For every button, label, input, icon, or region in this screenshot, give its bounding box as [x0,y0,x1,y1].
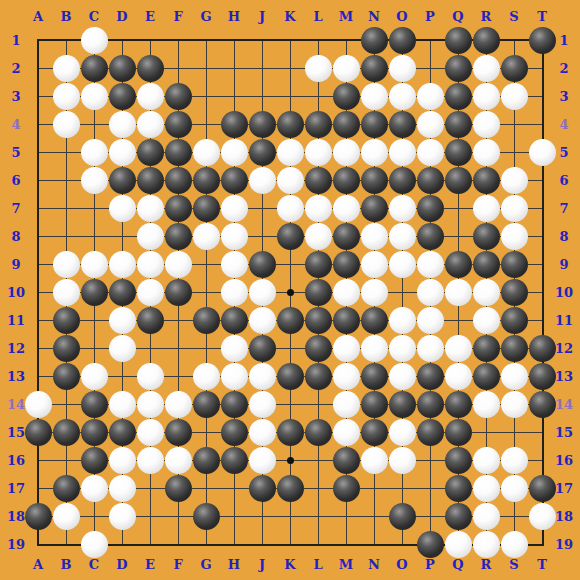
stone-black-L12[interactable] [305,335,332,362]
stone-white-K7[interactable] [277,195,304,222]
stone-white-F9[interactable] [165,251,192,278]
col-label-bottom-S: S [509,558,518,571]
stone-white-P9[interactable] [417,251,444,278]
stone-white-O7[interactable] [389,195,416,222]
stone-black-Q9[interactable] [445,251,472,278]
stone-white-B18[interactable] [53,503,80,530]
stone-white-B10[interactable] [53,279,80,306]
stone-white-D16[interactable] [109,447,136,474]
row-label-right-1: 1 [559,34,568,47]
stone-black-F6[interactable] [165,167,192,194]
stone-black-M16[interactable] [333,447,360,474]
stone-black-L9[interactable] [305,251,332,278]
stone-black-F4[interactable] [165,111,192,138]
stone-white-R3[interactable] [473,83,500,110]
stone-white-P10[interactable] [417,279,444,306]
stone-black-Q18[interactable] [445,503,472,530]
stone-black-D2[interactable] [109,55,136,82]
stone-black-C2[interactable] [81,55,108,82]
stone-white-S17[interactable] [501,475,528,502]
stone-white-P12[interactable] [417,335,444,362]
stone-black-T13[interactable] [529,363,556,390]
stone-black-H11[interactable] [221,307,248,334]
stone-white-H13[interactable] [221,363,248,390]
stone-black-T1[interactable] [529,27,556,54]
stone-white-D12[interactable] [109,335,136,362]
row-label-left-14: 14 [7,398,25,411]
stone-black-Q15[interactable] [445,419,472,446]
stone-white-P4[interactable] [417,111,444,138]
col-label-bottom-J: J [259,558,265,571]
stone-white-Q19[interactable] [445,531,472,558]
stone-black-J5[interactable] [249,139,276,166]
stone-white-J16[interactable] [249,447,276,474]
stone-white-J10[interactable] [249,279,276,306]
stone-black-E5[interactable] [137,139,164,166]
stone-white-T5[interactable] [529,139,556,166]
stone-black-Q6[interactable] [445,167,472,194]
stone-black-E6[interactable] [137,167,164,194]
stone-black-L6[interactable] [305,167,332,194]
row-label-left-19: 19 [7,538,25,551]
stone-white-E13[interactable] [137,363,164,390]
stone-black-C16[interactable] [81,447,108,474]
stone-white-O13[interactable] [389,363,416,390]
stone-black-H15[interactable] [221,419,248,446]
stone-white-F14[interactable] [165,391,192,418]
stone-white-E9[interactable] [137,251,164,278]
row-label-left-4: 4 [11,118,20,131]
stone-white-B3[interactable] [53,83,80,110]
stone-black-T12[interactable] [529,335,556,362]
stone-white-R4[interactable] [473,111,500,138]
stone-white-R19[interactable] [473,531,500,558]
stone-black-H6[interactable] [221,167,248,194]
stone-white-C9[interactable] [81,251,108,278]
col-label-bottom-B: B [61,558,72,571]
stone-black-N7[interactable] [361,195,388,222]
stone-white-L5[interactable] [305,139,332,166]
stone-black-R6[interactable] [473,167,500,194]
stone-white-J6[interactable] [249,167,276,194]
stone-black-D3[interactable] [109,83,136,110]
stone-white-L7[interactable] [305,195,332,222]
stone-white-R11[interactable] [473,307,500,334]
stone-black-F7[interactable] [165,195,192,222]
row-label-left-5: 5 [11,146,20,159]
stone-black-Q14[interactable] [445,391,472,418]
stone-white-R14[interactable] [473,391,500,418]
stone-black-G18[interactable] [193,503,220,530]
star-point-K10 [287,289,294,296]
stone-white-D7[interactable] [109,195,136,222]
stone-white-D18[interactable] [109,503,136,530]
stone-black-M9[interactable] [333,251,360,278]
stone-black-N1[interactable] [361,27,388,54]
stone-white-E15[interactable] [137,419,164,446]
stone-white-T18[interactable] [529,503,556,530]
row-label-right-15: 15 [555,426,573,439]
stone-black-P8[interactable] [417,223,444,250]
stone-black-F3[interactable] [165,83,192,110]
stone-black-F15[interactable] [165,419,192,446]
stone-black-S9[interactable] [501,251,528,278]
col-label-bottom-C: C [89,558,99,571]
stone-black-H14[interactable] [221,391,248,418]
stone-black-O6[interactable] [389,167,416,194]
stone-white-Q10[interactable] [445,279,472,306]
stone-white-D9[interactable] [109,251,136,278]
stone-black-Q4[interactable] [445,111,472,138]
stone-white-R17[interactable] [473,475,500,502]
stone-black-N14[interactable] [361,391,388,418]
stone-white-D11[interactable] [109,307,136,334]
stone-white-J11[interactable] [249,307,276,334]
stone-white-O9[interactable] [389,251,416,278]
row-label-right-7: 7 [559,202,568,215]
stone-black-Q2[interactable] [445,55,472,82]
stone-white-S16[interactable] [501,447,528,474]
stone-black-M17[interactable] [333,475,360,502]
stone-black-N4[interactable] [361,111,388,138]
stone-white-N16[interactable] [361,447,388,474]
stone-white-E3[interactable] [137,83,164,110]
stone-white-L2[interactable] [305,55,332,82]
stone-white-H12[interactable] [221,335,248,362]
stone-white-N3[interactable] [361,83,388,110]
row-label-right-14: 14 [555,398,573,411]
stone-white-D4[interactable] [109,111,136,138]
stone-black-P14[interactable] [417,391,444,418]
row-label-left-6: 6 [11,174,20,187]
stone-white-H7[interactable] [221,195,248,222]
col-label-bottom-T: T [537,558,547,571]
col-label-top-J: J [259,10,265,23]
stone-white-M10[interactable] [333,279,360,306]
row-label-right-11: 11 [555,314,573,327]
stone-black-G14[interactable] [193,391,220,418]
stone-white-S19[interactable] [501,531,528,558]
row-label-left-12: 12 [7,342,25,355]
stone-white-R2[interactable] [473,55,500,82]
stone-black-S10[interactable] [501,279,528,306]
stone-black-F8[interactable] [165,223,192,250]
stone-white-N12[interactable] [361,335,388,362]
stone-white-H5[interactable] [221,139,248,166]
col-label-bottom-L: L [313,558,322,571]
stone-white-O8[interactable] [389,223,416,250]
col-label-bottom-Q: Q [452,558,463,571]
stone-black-L13[interactable] [305,363,332,390]
stone-black-P19[interactable] [417,531,444,558]
stone-white-C1[interactable] [81,27,108,54]
col-label-top-Q: Q [452,10,463,23]
stone-black-P7[interactable] [417,195,444,222]
stone-white-N9[interactable] [361,251,388,278]
stone-white-H8[interactable] [221,223,248,250]
stone-black-J12[interactable] [249,335,276,362]
stone-white-C13[interactable] [81,363,108,390]
row-label-left-9: 9 [11,258,20,271]
col-label-bottom-R: R [481,558,492,571]
stone-white-E8[interactable] [137,223,164,250]
stone-white-E4[interactable] [137,111,164,138]
stone-black-C14[interactable] [81,391,108,418]
stone-black-O14[interactable] [389,391,416,418]
stone-black-B15[interactable] [53,419,80,446]
stone-white-P5[interactable] [417,139,444,166]
stone-white-S6[interactable] [501,167,528,194]
stone-black-T14[interactable] [529,391,556,418]
stone-black-H4[interactable] [221,111,248,138]
stone-white-P11[interactable] [417,307,444,334]
stone-white-M7[interactable] [333,195,360,222]
stone-white-S8[interactable] [501,223,528,250]
stone-white-E7[interactable] [137,195,164,222]
stone-white-R10[interactable] [473,279,500,306]
stone-black-C10[interactable] [81,279,108,306]
row-label-left-7: 7 [11,202,20,215]
row-label-left-15: 15 [7,426,25,439]
col-label-bottom-N: N [368,558,380,571]
stone-black-K13[interactable] [277,363,304,390]
stone-black-G6[interactable] [193,167,220,194]
col-label-bottom-G: G [200,558,211,571]
stone-black-P13[interactable] [417,363,444,390]
stone-black-J17[interactable] [249,475,276,502]
stone-black-L11[interactable] [305,307,332,334]
stone-black-Q1[interactable] [445,27,472,54]
stone-black-N11[interactable] [361,307,388,334]
stone-white-N10[interactable] [361,279,388,306]
stone-black-B13[interactable] [53,363,80,390]
stone-white-S3[interactable] [501,83,528,110]
stone-black-Q16[interactable] [445,447,472,474]
stone-white-O11[interactable] [389,307,416,334]
stone-black-R1[interactable] [473,27,500,54]
stone-white-O12[interactable] [389,335,416,362]
stone-black-M8[interactable] [333,223,360,250]
stone-white-S7[interactable] [501,195,528,222]
stone-white-D5[interactable] [109,139,136,166]
stone-white-M12[interactable] [333,335,360,362]
stone-white-S14[interactable] [501,391,528,418]
col-label-top-P: P [425,10,435,23]
stone-white-O3[interactable] [389,83,416,110]
stone-white-R18[interactable] [473,503,500,530]
row-label-right-5: 5 [559,146,568,159]
stone-black-J9[interactable] [249,251,276,278]
stone-white-E16[interactable] [137,447,164,474]
stone-black-F17[interactable] [165,475,192,502]
stone-black-S2[interactable] [501,55,528,82]
stone-black-N6[interactable] [361,167,388,194]
col-label-top-F: F [173,10,182,23]
stone-white-C19[interactable] [81,531,108,558]
stone-white-F16[interactable] [165,447,192,474]
stone-white-E10[interactable] [137,279,164,306]
row-label-right-6: 6 [559,174,568,187]
stone-white-N5[interactable] [361,139,388,166]
row-label-left-11: 11 [7,314,25,327]
stone-white-O15[interactable] [389,419,416,446]
stone-black-F10[interactable] [165,279,192,306]
row-label-right-12: 12 [555,342,573,355]
stone-black-L10[interactable] [305,279,332,306]
stone-black-L15[interactable] [305,419,332,446]
stone-black-R12[interactable] [473,335,500,362]
stone-white-R7[interactable] [473,195,500,222]
stone-black-D10[interactable] [109,279,136,306]
stone-white-J13[interactable] [249,363,276,390]
col-label-bottom-O: O [396,558,407,571]
col-label-top-R: R [481,10,492,23]
col-label-top-K: K [284,10,295,23]
stone-black-B11[interactable] [53,307,80,334]
stone-white-R5[interactable] [473,139,500,166]
stone-black-K4[interactable] [277,111,304,138]
row-label-left-18: 18 [7,510,25,523]
star-point-K16 [287,457,294,464]
stone-black-R9[interactable] [473,251,500,278]
col-label-bottom-F: F [173,558,182,571]
stone-black-E11[interactable] [137,307,164,334]
stone-black-G16[interactable] [193,447,220,474]
stone-white-B4[interactable] [53,111,80,138]
col-label-top-N: N [368,10,380,23]
col-label-top-O: O [396,10,407,23]
col-label-top-M: M [339,10,353,23]
stone-black-T17[interactable] [529,475,556,502]
stone-black-K17[interactable] [277,475,304,502]
stone-white-N8[interactable] [361,223,388,250]
stone-white-R16[interactable] [473,447,500,474]
row-label-right-3: 3 [559,90,568,103]
stone-black-D15[interactable] [109,419,136,446]
row-label-right-8: 8 [559,230,568,243]
stone-white-H9[interactable] [221,251,248,278]
stone-black-K8[interactable] [277,223,304,250]
stone-white-E14[interactable] [137,391,164,418]
stone-white-K6[interactable] [277,167,304,194]
stone-white-B9[interactable] [53,251,80,278]
stone-black-E2[interactable] [137,55,164,82]
stone-black-N2[interactable] [361,55,388,82]
stone-white-A14[interactable] [25,391,52,418]
stone-black-G7[interactable] [193,195,220,222]
col-label-top-G: G [200,10,211,23]
stone-black-S12[interactable] [501,335,528,362]
row-label-right-18: 18 [555,510,573,523]
stone-white-M2[interactable] [333,55,360,82]
col-label-top-A: A [33,10,43,23]
stone-black-O4[interactable] [389,111,416,138]
col-label-bottom-H: H [228,558,240,571]
col-label-top-T: T [537,10,547,23]
stone-black-A15[interactable] [25,419,52,446]
stone-black-M6[interactable] [333,167,360,194]
stone-black-P15[interactable] [417,419,444,446]
stone-black-O18[interactable] [389,503,416,530]
stone-white-Q12[interactable] [445,335,472,362]
stone-black-O1[interactable] [389,27,416,54]
stone-black-B17[interactable] [53,475,80,502]
stone-white-Q13[interactable] [445,363,472,390]
stone-white-J15[interactable] [249,419,276,446]
col-label-bottom-D: D [116,558,127,571]
stone-black-K11[interactable] [277,307,304,334]
stone-black-R8[interactable] [473,223,500,250]
stone-black-M3[interactable] [333,83,360,110]
stone-white-P3[interactable] [417,83,444,110]
stone-white-B2[interactable] [53,55,80,82]
stone-white-C3[interactable] [81,83,108,110]
stone-black-M4[interactable] [333,111,360,138]
stone-black-S11[interactable] [501,307,528,334]
stone-black-B12[interactable] [53,335,80,362]
stone-black-M11[interactable] [333,307,360,334]
stone-black-P6[interactable] [417,167,444,194]
stone-black-G11[interactable] [193,307,220,334]
stone-black-Q17[interactable] [445,475,472,502]
row-label-left-13: 13 [7,370,25,383]
stone-white-C6[interactable] [81,167,108,194]
stone-black-H16[interactable] [221,447,248,474]
col-label-bottom-M: M [339,558,353,571]
stone-black-F5[interactable] [165,139,192,166]
stone-white-M13[interactable] [333,363,360,390]
stone-black-N15[interactable] [361,419,388,446]
stone-white-G13[interactable] [193,363,220,390]
stone-black-D6[interactable] [109,167,136,194]
col-label-top-H: H [228,10,240,23]
stone-white-D14[interactable] [109,391,136,418]
stone-black-Q3[interactable] [445,83,472,110]
go-board: AABBCCDDEEFFGGHHJJKKLLMMNNOOPPQQRRSSTT11… [0,0,580,580]
stone-white-S13[interactable] [501,363,528,390]
stone-black-N13[interactable] [361,363,388,390]
stone-white-O5[interactable] [389,139,416,166]
col-label-bottom-P: P [425,558,435,571]
row-label-left-10: 10 [7,286,25,299]
stone-black-K15[interactable] [277,419,304,446]
stone-black-L4[interactable] [305,111,332,138]
stone-white-O16[interactable] [389,447,416,474]
stone-white-D17[interactable] [109,475,136,502]
stone-white-C17[interactable] [81,475,108,502]
stone-black-R13[interactable] [473,363,500,390]
col-label-bottom-E: E [145,558,155,571]
stone-white-M5[interactable] [333,139,360,166]
row-label-left-17: 17 [7,482,25,495]
stone-white-C5[interactable] [81,139,108,166]
stone-white-G5[interactable] [193,139,220,166]
stone-white-M15[interactable] [333,419,360,446]
stone-white-K5[interactable] [277,139,304,166]
row-label-left-1: 1 [11,34,20,47]
stone-black-A18[interactable] [25,503,52,530]
stone-white-J14[interactable] [249,391,276,418]
stone-white-L8[interactable] [305,223,332,250]
stone-white-M14[interactable] [333,391,360,418]
stone-black-C15[interactable] [81,419,108,446]
stone-black-Q5[interactable] [445,139,472,166]
col-label-bottom-K: K [284,558,295,571]
stone-white-O2[interactable] [389,55,416,82]
stone-white-H10[interactable] [221,279,248,306]
stone-white-G8[interactable] [193,223,220,250]
stone-black-J4[interactable] [249,111,276,138]
